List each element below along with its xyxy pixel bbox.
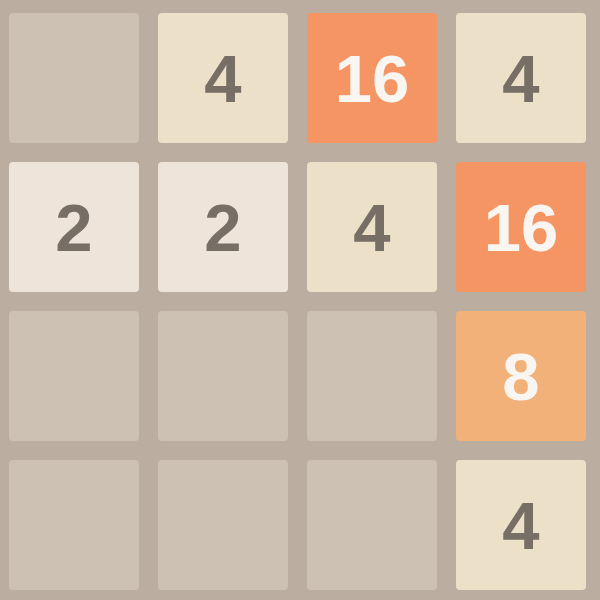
empty-cell-r4c3 xyxy=(307,460,437,590)
board-2048[interactable]: 41642241684 xyxy=(9,13,586,590)
tile-16-r2c4: 16 xyxy=(456,162,586,292)
tile-2-r2c2: 2 xyxy=(158,162,288,292)
tile-16-r1c3: 16 xyxy=(307,13,437,143)
empty-cell-r4c1 xyxy=(9,460,139,590)
tile-8-r3c4: 8 xyxy=(456,311,586,441)
empty-cell-r3c3 xyxy=(307,311,437,441)
empty-cell-r3c1 xyxy=(9,311,139,441)
tile-4-r2c3: 4 xyxy=(307,162,437,292)
tile-4-r1c2: 4 xyxy=(158,13,288,143)
empty-cell-r4c2 xyxy=(158,460,288,590)
tile-4-r1c4: 4 xyxy=(456,13,586,143)
empty-cell-r1c1 xyxy=(9,13,139,143)
empty-cell-r3c2 xyxy=(158,311,288,441)
tile-4-r4c4: 4 xyxy=(456,460,586,590)
tile-2-r2c1: 2 xyxy=(9,162,139,292)
